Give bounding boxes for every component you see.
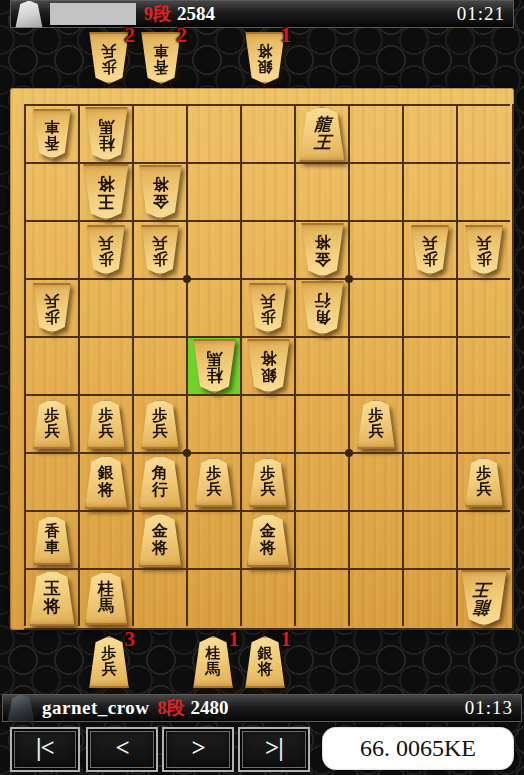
- board-cell[interactable]: 歩兵: [348, 394, 402, 452]
- shogi-piece[interactable]: 歩兵: [356, 399, 396, 449]
- board-cell[interactable]: [402, 104, 456, 162]
- shogi-piece[interactable]: 歩兵: [248, 457, 288, 507]
- board-grid: 香車桂馬龍王王将金将歩兵歩兵金将歩兵歩兵歩兵歩兵角行桂馬銀将歩兵歩兵歩兵歩兵銀将…: [24, 104, 514, 630]
- shogi-piece[interactable]: 歩兵: [32, 283, 72, 333]
- board-cell[interactable]: 金将: [132, 510, 186, 568]
- bottom-player-rating: 2480: [191, 697, 229, 719]
- shogi-piece[interactable]: 歩兵: [410, 225, 450, 275]
- board-cell[interactable]: 金将: [132, 162, 186, 220]
- board-cell[interactable]: 金将: [240, 510, 294, 568]
- piece-kanji: 歩兵: [356, 399, 396, 449]
- board-cell[interactable]: [186, 104, 240, 162]
- piece-kanji: 歩兵: [464, 225, 504, 275]
- hand-piece-count: 1: [281, 627, 292, 652]
- shogi-piece[interactable]: 桂馬: [84, 107, 129, 161]
- board-cell[interactable]: [348, 510, 402, 568]
- shogi-piece[interactable]: 歩兵: [194, 457, 234, 507]
- board-cell[interactable]: 角行: [294, 278, 348, 336]
- bottom-player-bar: garnet_crow 8段 2480 01:13: [2, 694, 522, 722]
- last-move-button[interactable]: >|: [238, 727, 310, 772]
- board-cell[interactable]: [78, 336, 132, 394]
- hand-piece-count: 2: [177, 23, 188, 48]
- page: 9段 2584 01:21 歩兵2香車2銀将1 香車桂馬龍王王将金将歩兵歩兵金将…: [0, 0, 524, 775]
- board-cell[interactable]: [294, 452, 348, 510]
- piece-kanji: 歩兵: [32, 283, 72, 333]
- piece-kanji: 王将: [82, 164, 130, 220]
- shogi-piece[interactable]: 歩兵: [464, 457, 504, 507]
- board-cell[interactable]: [402, 278, 456, 336]
- board-cell[interactable]: 桂馬: [78, 104, 132, 162]
- board-cell[interactable]: 歩兵: [456, 220, 510, 278]
- hand-piece[interactable]: 銀将1: [244, 32, 286, 84]
- shogi-piece[interactable]: 銀将: [246, 339, 291, 393]
- piece-kanji: 歩兵: [32, 399, 72, 449]
- top-player-bar: 9段 2584 01:21: [10, 0, 514, 28]
- piece-kanji: 香車: [32, 109, 72, 159]
- hand-piece-count: 3: [125, 627, 136, 652]
- bottom-player-name: garnet_crow: [42, 697, 150, 719]
- piece-kanji: 銀将: [246, 339, 291, 393]
- piece-kanji: 角行: [138, 455, 183, 509]
- board-cell[interactable]: [240, 394, 294, 452]
- piece-kanji: 歩兵: [248, 457, 288, 507]
- shogi-piece[interactable]: 角行: [138, 455, 183, 509]
- board-cell[interactable]: 歩兵: [78, 220, 132, 278]
- shogi-piece[interactable]: 歩兵: [140, 399, 180, 449]
- shogi-piece[interactable]: 龍王: [460, 570, 508, 626]
- board-cell[interactable]: [186, 568, 240, 626]
- board-cell[interactable]: 歩兵: [132, 394, 186, 452]
- captured-pieces-tray-top: 歩兵2香車2銀将1: [0, 30, 524, 86]
- board-cell[interactable]: [402, 510, 456, 568]
- board-cell[interactable]: 龍王: [456, 568, 510, 626]
- board-cell[interactable]: 角行: [132, 452, 186, 510]
- board-cell[interactable]: 歩兵: [24, 278, 78, 336]
- piece-kanji: 桂馬: [84, 107, 129, 161]
- board-cell[interactable]: 歩兵: [78, 394, 132, 452]
- board-cell[interactable]: [186, 510, 240, 568]
- board-cell[interactable]: [294, 394, 348, 452]
- board-cell[interactable]: 玉将: [24, 568, 78, 626]
- board-cell[interactable]: [24, 452, 78, 510]
- top-player-rank: 9段: [144, 2, 171, 26]
- shogi-piece[interactable]: 歩兵: [140, 225, 180, 275]
- board-cell[interactable]: 龍王: [294, 104, 348, 162]
- piece-kanji: 桂馬: [84, 571, 129, 625]
- board-cell[interactable]: [402, 394, 456, 452]
- piece-kanji: 角行: [300, 281, 345, 335]
- board-cell[interactable]: [456, 394, 510, 452]
- shogi-piece[interactable]: 歩兵: [464, 225, 504, 275]
- hand-piece-count: 1: [229, 627, 240, 652]
- top-player-rating: 2584: [177, 3, 215, 25]
- hand-piece-count: 2: [125, 23, 136, 48]
- hand-piece-count: 1: [281, 23, 292, 48]
- piece-kanji: 金将: [246, 513, 291, 567]
- board-cell[interactable]: 桂馬: [78, 568, 132, 626]
- board-cell[interactable]: [78, 278, 132, 336]
- shogi-piece[interactable]: 金将: [246, 513, 291, 567]
- board-cell[interactable]: [456, 336, 510, 394]
- board-cell[interactable]: [132, 336, 186, 394]
- board-cell[interactable]: [186, 220, 240, 278]
- board-cell[interactable]: [240, 220, 294, 278]
- shogi-piece[interactable]: 角行: [300, 281, 345, 335]
- black-piece-avatar-icon: [6, 695, 36, 722]
- shogi-piece[interactable]: 金将: [138, 513, 183, 567]
- piece-kanji: 桂馬: [192, 339, 237, 393]
- board-cell[interactable]: 香車: [24, 510, 78, 568]
- shogi-piece[interactable]: 歩兵: [32, 399, 72, 449]
- shogi-piece[interactable]: 桂馬: [192, 339, 237, 393]
- hand-piece[interactable]: 銀将1: [244, 636, 286, 688]
- piece-kanji: 歩兵: [410, 225, 450, 275]
- board-cell[interactable]: [402, 452, 456, 510]
- first-move-button[interactable]: |<: [10, 727, 80, 772]
- prev-move-button[interactable]: <: [86, 727, 158, 772]
- piece-kanji: 歩兵: [140, 399, 180, 449]
- top-player-name-redacted: [50, 3, 136, 25]
- board-cell[interactable]: [186, 162, 240, 220]
- board-cell[interactable]: [348, 452, 402, 510]
- next-move-button[interactable]: >: [162, 727, 234, 772]
- board-cell[interactable]: [402, 336, 456, 394]
- board-cell[interactable]: 香車: [24, 104, 78, 162]
- board-cell[interactable]: [240, 162, 294, 220]
- board-cell[interactable]: [348, 336, 402, 394]
- shogi-piece[interactable]: 歩兵: [86, 399, 126, 449]
- piece-kanji: 香車: [32, 515, 72, 565]
- piece-kanji: 龍王: [298, 106, 346, 162]
- board-cell[interactable]: 歩兵: [24, 394, 78, 452]
- hand-piece[interactable]: 桂馬1: [192, 636, 234, 688]
- piece-kanji: 歩兵: [140, 225, 180, 275]
- board-cell[interactable]: [456, 278, 510, 336]
- piece-kanji: 金将: [138, 513, 183, 567]
- board-cell[interactable]: [186, 394, 240, 452]
- board-cell[interactable]: [24, 162, 78, 220]
- board-cell[interactable]: [240, 104, 294, 162]
- piece-kanji: 歩兵: [464, 457, 504, 507]
- board-cell[interactable]: [132, 278, 186, 336]
- hand-piece[interactable]: 歩兵3: [88, 636, 130, 688]
- piece-kanji: 歩兵: [194, 457, 234, 507]
- top-player-clock: 01:21: [457, 3, 513, 25]
- board-cell[interactable]: [402, 162, 456, 220]
- shogi-piece[interactable]: 龍王: [298, 106, 346, 162]
- board-cell[interactable]: [24, 220, 78, 278]
- board-cell[interactable]: [24, 336, 78, 394]
- shogi-piece[interactable]: 王将: [82, 164, 130, 220]
- board-cell[interactable]: [456, 162, 510, 220]
- piece-kanji: 金将: [138, 165, 183, 219]
- shogi-piece[interactable]: 桂馬: [84, 571, 129, 625]
- last-move-highlight-cell[interactable]: 桂馬: [186, 336, 240, 394]
- board-cell[interactable]: 歩兵: [456, 452, 510, 510]
- shogi-piece[interactable]: 香車: [32, 109, 72, 159]
- board-cell[interactable]: [348, 568, 402, 626]
- shogi-piece[interactable]: 歩兵: [248, 283, 288, 333]
- board-cell[interactable]: 銀将: [240, 336, 294, 394]
- captured-pieces-tray-bottom: 歩兵3桂馬1銀将1: [0, 634, 524, 690]
- piece-kanji: 歩兵: [86, 399, 126, 449]
- shogi-board: 香車桂馬龍王王将金将歩兵歩兵金将歩兵歩兵歩兵歩兵角行桂馬銀将歩兵歩兵歩兵歩兵銀将…: [10, 88, 514, 630]
- shogi-piece[interactable]: 歩兵: [86, 225, 126, 275]
- board-cell[interactable]: [132, 568, 186, 626]
- board-cell[interactable]: [348, 162, 402, 220]
- move-counter: 66. 0065KE: [322, 727, 514, 770]
- board-cell[interactable]: [132, 104, 186, 162]
- piece-kanji: 金将: [300, 223, 345, 277]
- shogi-piece[interactable]: 金将: [138, 165, 183, 219]
- board-cell[interactable]: [294, 336, 348, 394]
- board-cell[interactable]: [294, 568, 348, 626]
- piece-kanji: 銀将: [84, 455, 129, 509]
- shogi-piece[interactable]: 銀将: [84, 455, 129, 509]
- board-cell[interactable]: 歩兵: [186, 452, 240, 510]
- board-cell[interactable]: [348, 278, 402, 336]
- board-cell[interactable]: 王将: [78, 162, 132, 220]
- board-cell[interactable]: [240, 568, 294, 626]
- shogi-piece[interactable]: 玉将: [28, 570, 76, 626]
- hand-piece[interactable]: 歩兵2: [88, 32, 130, 84]
- board-cell[interactable]: 金将: [294, 220, 348, 278]
- shogi-piece[interactable]: 香車: [32, 515, 72, 565]
- shogi-piece[interactable]: 金将: [300, 223, 345, 277]
- board-cell[interactable]: 銀将: [78, 452, 132, 510]
- board-cell[interactable]: [348, 220, 402, 278]
- board-cell[interactable]: [294, 510, 348, 568]
- board-cell[interactable]: [294, 162, 348, 220]
- hand-piece[interactable]: 香車2: [140, 32, 182, 84]
- board-cell[interactable]: [348, 104, 402, 162]
- board-cell[interactable]: 歩兵: [402, 220, 456, 278]
- board-cell[interactable]: [456, 104, 510, 162]
- piece-kanji: 歩兵: [248, 283, 288, 333]
- white-piece-avatar-icon: [14, 1, 44, 28]
- board-cell[interactable]: 歩兵: [132, 220, 186, 278]
- board-cell[interactable]: [456, 510, 510, 568]
- piece-kanji: 歩兵: [86, 225, 126, 275]
- board-cell[interactable]: [402, 568, 456, 626]
- board-cell[interactable]: 歩兵: [240, 452, 294, 510]
- board-cell[interactable]: [186, 278, 240, 336]
- piece-kanji: 玉将: [28, 570, 76, 626]
- bottom-player-clock: 01:13: [465, 697, 521, 719]
- bottom-player-rank: 8段: [158, 696, 185, 720]
- board-cell[interactable]: [78, 510, 132, 568]
- board-cell[interactable]: 歩兵: [240, 278, 294, 336]
- piece-kanji: 龍王: [460, 570, 508, 626]
